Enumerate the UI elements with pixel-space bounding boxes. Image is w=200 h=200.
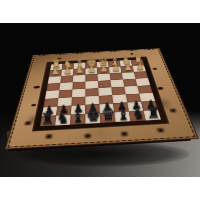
square (46, 83, 60, 91)
board-tilt-wrapper: ♜♞♝♚♛♝♞♜♟♟♟♟♟♟♟♟♟♟♟♟♟♟♟♟♜♞♝♚♛♝♞♜ (0, 23, 200, 177)
square (123, 79, 137, 87)
square (72, 89, 85, 98)
black-queen: ♛ (100, 106, 116, 123)
carved-rosette (169, 108, 177, 113)
wood-knot (157, 87, 164, 90)
square: ♜ (40, 116, 56, 127)
black-bishop: ♝ (116, 107, 129, 122)
inner-dark-border: ♜♞♝♚♛♝♞♜♟♟♟♟♟♟♟♟♟♟♟♟♟♟♟♟♜♞♝♚♛♝♞♜ (32, 56, 170, 131)
square (85, 81, 98, 89)
square: ♜ (143, 110, 161, 120)
black-rook: ♜ (146, 104, 160, 120)
chess-set-photo: ♜♞♝♚♛♝♞♜♟♟♟♟♟♟♟♟♟♟♟♟♟♟♟♟♜♞♝♚♛♝♞♜ (0, 23, 200, 177)
white-pawn: ♟ (123, 63, 132, 73)
white-pawn: ♟ (50, 67, 59, 77)
white-pawn: ♟ (75, 66, 84, 76)
white-pawn: ♟ (62, 66, 71, 76)
carved-rosette (24, 121, 32, 126)
screenshot-canvas: ♜♞♝♚♛♝♞♜♟♟♟♟♟♟♟♟♟♟♟♟♟♟♟♟♜♞♝♚♛♝♞♜ (0, 0, 200, 200)
white-pawn: ♟ (111, 64, 120, 74)
square: ♚ (85, 113, 100, 124)
carved-rosette (84, 133, 91, 139)
square: ♞ (129, 111, 146, 121)
black-king: ♚ (85, 107, 101, 124)
carved-rosette (120, 131, 128, 137)
black-knight: ♞ (56, 111, 69, 126)
white-pawn: ♟ (87, 65, 96, 75)
wood-knot (33, 86, 40, 89)
black-knight: ♞ (131, 107, 144, 122)
white-pawn: ♟ (99, 64, 108, 74)
black-rook: ♜ (40, 110, 54, 126)
square: ♟ (73, 68, 85, 75)
carved-rosette (156, 128, 165, 133)
white-pawn: ♟ (135, 62, 144, 72)
square: ♟ (97, 67, 110, 74)
chess-box-top: ♜♞♝♚♛♝♞♜♟♟♟♟♟♟♟♟♟♟♟♟♟♟♟♟♜♞♝♚♛♝♞♜ (4, 48, 199, 150)
square: ♝ (70, 114, 85, 125)
square: ♛ (100, 112, 116, 123)
carved-rosette (45, 134, 53, 140)
square: ♟ (85, 68, 97, 75)
wood-knot (152, 68, 157, 70)
square: ♟ (61, 69, 74, 76)
square (135, 78, 150, 86)
square: ♞ (55, 115, 71, 126)
chess-board-grid: ♜♞♝♚♛♝♞♜♟♟♟♟♟♟♟♟♟♟♟♟♟♟♟♟♜♞♝♚♛♝♞♜ (40, 59, 161, 126)
black-bishop: ♝ (71, 110, 84, 125)
square: ♝ (114, 112, 130, 123)
wood-knot (31, 104, 37, 107)
